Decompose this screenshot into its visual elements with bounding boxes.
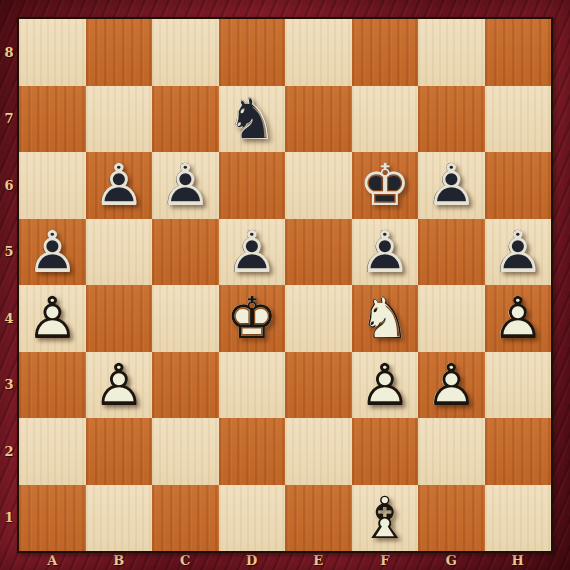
square-f1[interactable]: ♝♗	[352, 485, 419, 552]
piece-black-pawn[interactable]: ♟♙	[488, 222, 548, 282]
square-c4[interactable]	[152, 285, 219, 352]
file-label-g: G	[418, 551, 485, 570]
piece-white-pawn[interactable]: ♟♙	[355, 355, 415, 415]
square-h3[interactable]	[485, 352, 552, 419]
square-f2[interactable]	[352, 418, 419, 485]
chess-board[interactable]: ♞♘♟♙♟♙♚♔♟♙♟♙♟♙♟♙♟♙♟♙♚♔♞♘♟♙♟♙♟♙♟♙♝♗	[19, 19, 551, 551]
rank-label-8: 8	[1, 19, 17, 86]
file-label-c: C	[152, 551, 219, 570]
file-label-h: H	[485, 551, 552, 570]
square-e5[interactable]	[285, 219, 352, 286]
square-e2[interactable]	[285, 418, 352, 485]
square-a7[interactable]	[19, 86, 86, 153]
rank-label-4: 4	[1, 285, 17, 352]
square-c2[interactable]	[152, 418, 219, 485]
piece-black-pawn[interactable]: ♟♙	[155, 155, 215, 215]
square-c3[interactable]	[152, 352, 219, 419]
square-e8[interactable]	[285, 19, 352, 86]
square-f6[interactable]: ♚♔	[352, 152, 419, 219]
square-d1[interactable]	[219, 485, 286, 552]
piece-black-knight[interactable]: ♞♘	[222, 89, 282, 149]
square-c1[interactable]	[152, 485, 219, 552]
square-b1[interactable]	[86, 485, 153, 552]
square-d8[interactable]	[219, 19, 286, 86]
square-e7[interactable]	[285, 86, 352, 153]
square-g5[interactable]	[418, 219, 485, 286]
file-label-d: D	[219, 551, 286, 570]
square-h4[interactable]: ♟♙	[485, 285, 552, 352]
square-g4[interactable]	[418, 285, 485, 352]
square-a6[interactable]	[19, 152, 86, 219]
piece-black-pawn[interactable]: ♟♙	[89, 155, 149, 215]
rank-label-7: 7	[1, 86, 17, 153]
square-c7[interactable]	[152, 86, 219, 153]
piece-white-pawn[interactable]: ♟♙	[89, 355, 149, 415]
square-f8[interactable]	[352, 19, 419, 86]
rank-label-3: 3	[1, 352, 17, 419]
square-g7[interactable]	[418, 86, 485, 153]
square-a4[interactable]: ♟♙	[19, 285, 86, 352]
rank-label-2: 2	[1, 418, 17, 485]
square-e1[interactable]	[285, 485, 352, 552]
square-g3[interactable]: ♟♙	[418, 352, 485, 419]
square-f7[interactable]	[352, 86, 419, 153]
square-g1[interactable]	[418, 485, 485, 552]
square-g6[interactable]: ♟♙	[418, 152, 485, 219]
piece-black-pawn[interactable]: ♟♙	[22, 222, 82, 282]
square-h6[interactable]	[485, 152, 552, 219]
piece-white-pawn[interactable]: ♟♙	[22, 288, 82, 348]
square-e6[interactable]	[285, 152, 352, 219]
square-h1[interactable]	[485, 485, 552, 552]
file-label-e: E	[285, 551, 352, 570]
rank-label-6: 6	[1, 152, 17, 219]
piece-black-pawn[interactable]: ♟♙	[222, 222, 282, 282]
square-g2[interactable]	[418, 418, 485, 485]
piece-white-pawn[interactable]: ♟♙	[488, 288, 548, 348]
rank-label-5: 5	[1, 219, 17, 286]
square-h2[interactable]	[485, 418, 552, 485]
square-h7[interactable]	[485, 86, 552, 153]
file-label-b: B	[86, 551, 153, 570]
square-b4[interactable]	[86, 285, 153, 352]
piece-white-knight[interactable]: ♞♘	[355, 288, 415, 348]
square-d4[interactable]: ♚♔	[219, 285, 286, 352]
piece-white-king[interactable]: ♚♔	[222, 288, 282, 348]
square-a2[interactable]	[19, 418, 86, 485]
square-h5[interactable]: ♟♙	[485, 219, 552, 286]
square-a5[interactable]: ♟♙	[19, 219, 86, 286]
square-f5[interactable]: ♟♙	[352, 219, 419, 286]
square-h8[interactable]	[485, 19, 552, 86]
square-d6[interactable]	[219, 152, 286, 219]
square-c8[interactable]	[152, 19, 219, 86]
square-b5[interactable]	[86, 219, 153, 286]
square-e3[interactable]	[285, 352, 352, 419]
board-frame: 87654321 ABCDEFGH ♞♘♟♙♟♙♚♔♟♙♟♙♟♙♟♙♟♙♟♙♚♔…	[0, 0, 570, 570]
square-b2[interactable]	[86, 418, 153, 485]
rank-label-1: 1	[1, 485, 17, 552]
board-outline: ♞♘♟♙♟♙♚♔♟♙♟♙♟♙♟♙♟♙♟♙♚♔♞♘♟♙♟♙♟♙♟♙♝♗	[17, 17, 553, 553]
square-d2[interactable]	[219, 418, 286, 485]
square-d3[interactable]	[219, 352, 286, 419]
square-c5[interactable]	[152, 219, 219, 286]
square-d7[interactable]: ♞♘	[219, 86, 286, 153]
square-g8[interactable]	[418, 19, 485, 86]
square-e4[interactable]	[285, 285, 352, 352]
square-b8[interactable]	[86, 19, 153, 86]
square-c6[interactable]: ♟♙	[152, 152, 219, 219]
piece-black-pawn[interactable]: ♟♙	[421, 155, 481, 215]
piece-white-pawn[interactable]: ♟♙	[421, 355, 481, 415]
square-a3[interactable]	[19, 352, 86, 419]
square-a8[interactable]	[19, 19, 86, 86]
square-b3[interactable]: ♟♙	[86, 352, 153, 419]
square-d5[interactable]: ♟♙	[219, 219, 286, 286]
square-a1[interactable]	[19, 485, 86, 552]
piece-black-pawn[interactable]: ♟♙	[355, 222, 415, 282]
piece-white-bishop[interactable]: ♝♗	[355, 488, 415, 548]
file-label-f: F	[352, 551, 419, 570]
file-label-a: A	[19, 551, 86, 570]
square-f4[interactable]: ♞♘	[352, 285, 419, 352]
piece-black-king[interactable]: ♚♔	[355, 155, 415, 215]
square-f3[interactable]: ♟♙	[352, 352, 419, 419]
square-b6[interactable]: ♟♙	[86, 152, 153, 219]
square-b7[interactable]	[86, 86, 153, 153]
